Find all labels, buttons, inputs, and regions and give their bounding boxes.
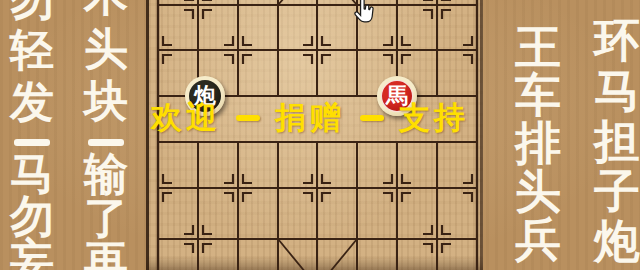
donation-banner: 欢迎捐赠支持 <box>151 101 469 135</box>
banner-word-4: 支持 <box>399 101 469 135</box>
side-text-char-left-outer-2: 发 <box>7 80 57 124</box>
side-text-char-left-inner-6: 再 <box>81 240 131 270</box>
side-text-char-left-outer-5: 勿 <box>7 194 57 238</box>
side-text-char-right-outer-1: 马 <box>591 68 640 114</box>
side-text-char-left-inner-1: 头 <box>81 27 131 71</box>
side-text-char-left-inner-5: 了 <box>81 196 131 240</box>
banner-dash <box>360 115 384 121</box>
side-text-char-left-inner-2: 块 <box>81 79 131 123</box>
banner-word-2: 捐赠 <box>275 101 345 135</box>
hand-cursor-icon <box>352 0 375 25</box>
side-text-char-right-outer-4: 炮 <box>591 218 640 264</box>
side-text-dash-left-inner <box>88 139 124 146</box>
side-text-dash-left-outer <box>14 139 50 146</box>
video-frame: 炮馬 欢迎捐赠支持 勿轻发马勿妄木头块输了再王车排头兵环马担子炮 <box>0 0 640 270</box>
side-text-char-right-outer-2: 担 <box>591 118 640 164</box>
side-text-char-left-outer-1: 轻 <box>7 28 57 72</box>
side-text-char-right-outer-3: 子 <box>591 168 640 214</box>
banner-dash <box>236 115 260 121</box>
side-text-char-right-inner-0: 王 <box>512 24 564 70</box>
side-text-char-left-outer-0: 勿 <box>7 0 57 21</box>
side-text-char-right-inner-1: 车 <box>512 72 564 118</box>
side-text-char-right-inner-4: 兵 <box>512 216 564 262</box>
side-text-char-left-outer-6: 妄 <box>7 238 57 270</box>
side-text-char-left-inner-4: 输 <box>81 152 131 196</box>
side-text-char-right-inner-2: 排 <box>512 120 564 166</box>
side-text-char-right-outer-0: 环 <box>591 17 640 63</box>
side-text-char-left-inner-0: 木 <box>81 0 131 17</box>
side-text-char-left-outer-4: 马 <box>7 152 57 196</box>
side-text-char-right-inner-3: 头 <box>512 168 564 214</box>
banner-word-0: 欢迎 <box>151 101 221 135</box>
